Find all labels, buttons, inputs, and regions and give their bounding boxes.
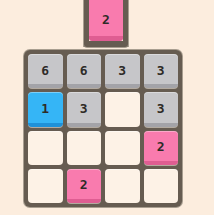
tile-value: 1 (41, 102, 49, 115)
tile-value: 2 (157, 140, 165, 153)
empty-cell-r2c3 (105, 92, 140, 126)
next-tile-slot: 2 (84, 0, 128, 47)
tile-r4c2-value-2[interactable]: 2 (67, 169, 102, 203)
slot-bottom-bar (84, 41, 128, 47)
game-screen: 2 663313322 (0, 0, 214, 215)
tile-value: 3 (80, 102, 88, 115)
tile-r2c4-value-3[interactable]: 3 (144, 92, 179, 126)
tile-value: 2 (80, 178, 88, 191)
tile-r2c1-value-1[interactable]: 1 (28, 92, 63, 126)
tile-r2c2-value-3[interactable]: 3 (67, 92, 102, 126)
empty-cell-r4c3 (105, 169, 140, 203)
tile-value: 3 (118, 64, 126, 77)
empty-cell-r3c3 (105, 131, 140, 165)
board[interactable]: 663313322 (24, 50, 182, 207)
tile-r1c4-value-3[interactable]: 3 (144, 54, 179, 88)
empty-cell-r3c2 (67, 131, 102, 165)
tile-value: 6 (41, 64, 49, 77)
tile-value: 3 (157, 64, 165, 77)
tile-r1c1-value-6[interactable]: 6 (28, 54, 63, 88)
tile-value: 6 (80, 64, 88, 77)
slot-wall-right (123, 0, 128, 47)
tile-r3c4-value-2[interactable]: 2 (144, 131, 179, 165)
empty-cell-r3c1 (28, 131, 63, 165)
next-tile-value: 2 (102, 13, 110, 26)
tile-value: 3 (157, 102, 165, 115)
empty-cell-r4c4 (144, 169, 179, 203)
tile-r1c3-value-3[interactable]: 3 (105, 54, 140, 88)
empty-cell-r4c1 (28, 169, 63, 203)
tile-r1c2-value-6[interactable]: 6 (67, 54, 102, 88)
next-tile: 2 (89, 0, 123, 41)
